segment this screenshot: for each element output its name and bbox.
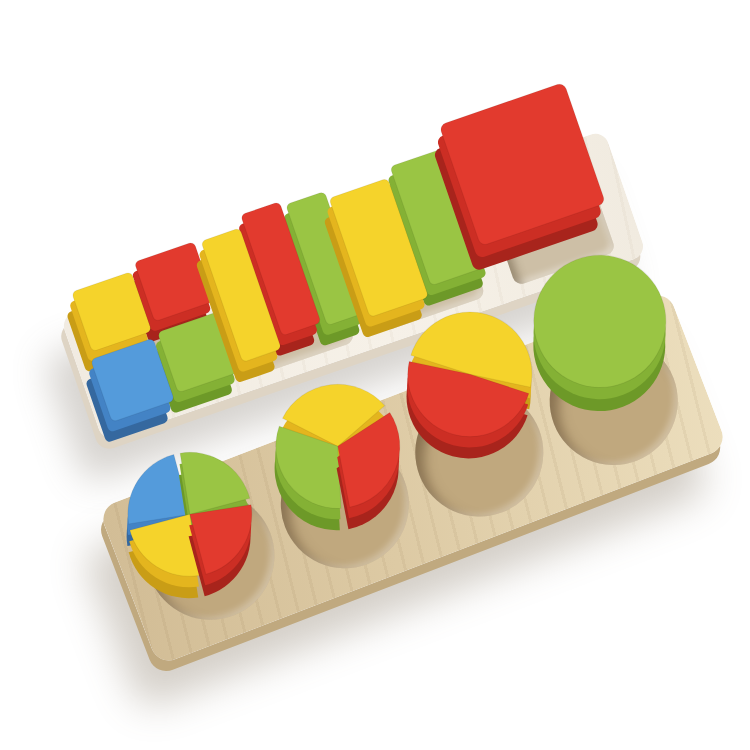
product-photo-scene <box>0 0 750 750</box>
top-face <box>515 236 686 407</box>
